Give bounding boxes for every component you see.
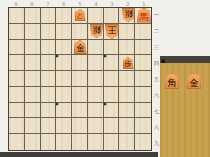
- board-cell[interactable]: [119, 118, 135, 134]
- board-cell[interactable]: [56, 103, 72, 119]
- board-cell[interactable]: [56, 134, 72, 150]
- board-cell[interactable]: [88, 103, 104, 119]
- piece-glyph: と: [76, 12, 84, 21]
- board-cell[interactable]: [135, 40, 151, 56]
- board-cell[interactable]: [72, 55, 88, 71]
- board-cell[interactable]: [9, 8, 25, 24]
- board-cell[interactable]: [25, 134, 41, 150]
- board-cell[interactable]: [72, 87, 88, 103]
- sente-marker-icon: ▲: [161, 56, 166, 63]
- board-cell[interactable]: [119, 134, 135, 150]
- board-cell[interactable]: [56, 8, 72, 24]
- board-cell[interactable]: [9, 103, 25, 119]
- page: { "game": "shogi", "diagram_type": "tsum…: [0, 0, 210, 157]
- piece-glyph: 歩: [124, 60, 132, 69]
- piece-glyph: 金: [189, 78, 199, 88]
- star-point: [56, 55, 59, 58]
- board-cell[interactable]: [135, 103, 151, 119]
- rank-label: 二: [152, 24, 160, 38]
- board-cell[interactable]: [41, 134, 57, 150]
- board-cell[interactable]: [56, 40, 72, 56]
- board-cell[interactable]: [88, 87, 104, 103]
- piece-glyph: 金: [76, 44, 85, 54]
- board-cell[interactable]: [104, 71, 120, 87]
- rank-label: 三: [152, 40, 160, 54]
- board-cell[interactable]: [41, 55, 57, 71]
- board-cell[interactable]: [41, 118, 57, 134]
- board-cell[interactable]: [135, 55, 151, 71]
- board-cell[interactable]: [56, 55, 72, 71]
- piece-glyph: 王: [107, 24, 117, 34]
- star-point: [104, 55, 107, 58]
- board-cell[interactable]: [41, 8, 57, 24]
- file-label: 3: [105, 1, 119, 7]
- board-piece-王[interactable]: 王: [105, 24, 119, 39]
- board-cell[interactable]: [41, 71, 57, 87]
- hand-piece-金[interactable]: 金: [187, 73, 201, 89]
- board-cell[interactable]: [9, 71, 25, 87]
- board-cell[interactable]: [119, 71, 135, 87]
- piece-glyph: 角: [167, 78, 177, 88]
- board-cell[interactable]: [119, 24, 135, 40]
- hand-panel-header: ▲: [160, 56, 210, 63]
- board-cell[interactable]: [119, 103, 135, 119]
- piece-glyph: 馬: [139, 12, 149, 22]
- board-cell[interactable]: [25, 8, 41, 24]
- star-point: [56, 103, 59, 106]
- board-cell[interactable]: [119, 87, 135, 103]
- file-label: 5: [73, 1, 87, 7]
- board-cell[interactable]: [135, 134, 151, 150]
- board-cell[interactable]: [9, 87, 25, 103]
- board-cell[interactable]: [25, 103, 41, 119]
- file-label: 7: [41, 1, 55, 7]
- board-cell[interactable]: [41, 103, 57, 119]
- piece-glyph: 銀: [124, 8, 133, 18]
- board-cell[interactable]: [88, 8, 104, 24]
- board-cell[interactable]: [104, 55, 120, 71]
- board-cell[interactable]: [41, 24, 57, 40]
- board-cell[interactable]: [25, 87, 41, 103]
- komadai: 角金: [160, 63, 210, 157]
- board-cell[interactable]: [88, 118, 104, 134]
- file-label: 8: [25, 1, 39, 7]
- board-cell[interactable]: [56, 118, 72, 134]
- file-label: 4: [89, 1, 103, 7]
- rank-label: 一: [152, 8, 160, 22]
- board-cell[interactable]: [104, 118, 120, 134]
- board-cell[interactable]: [25, 55, 41, 71]
- board-cell[interactable]: [72, 118, 88, 134]
- board-cell[interactable]: [88, 134, 104, 150]
- board-cell[interactable]: [119, 40, 135, 56]
- board-cell[interactable]: [72, 103, 88, 119]
- board-cell[interactable]: [88, 40, 104, 56]
- board-cell[interactable]: [25, 71, 41, 87]
- board-cell[interactable]: [88, 71, 104, 87]
- board-cell[interactable]: [104, 8, 120, 24]
- shogi-board: と銀馬銀王金歩: [8, 7, 152, 151]
- board-cell[interactable]: [9, 55, 25, 71]
- board-cell[interactable]: [135, 87, 151, 103]
- board-cell[interactable]: [104, 40, 120, 56]
- board-cell[interactable]: [41, 87, 57, 103]
- board-cell[interactable]: [9, 24, 25, 40]
- board-cell[interactable]: [72, 24, 88, 40]
- board-cell[interactable]: [135, 24, 151, 40]
- file-label: 9: [9, 1, 23, 7]
- board-cell[interactable]: [56, 87, 72, 103]
- star-point: [104, 103, 107, 106]
- board-cell[interactable]: [41, 40, 57, 56]
- sente-player-bar: [0, 152, 158, 157]
- board-cell[interactable]: [9, 134, 25, 150]
- board-cell[interactable]: [135, 118, 151, 134]
- file-label: 2: [121, 1, 135, 7]
- board-cell[interactable]: [88, 55, 104, 71]
- board-cell[interactable]: [9, 40, 25, 56]
- board-cell[interactable]: [56, 24, 72, 40]
- board-cell[interactable]: [25, 118, 41, 134]
- file-labels: 987654321: [8, 0, 152, 7]
- file-label: 1: [137, 1, 151, 7]
- board-cell[interactable]: [135, 71, 151, 87]
- piece-glyph: 銀: [92, 24, 101, 34]
- hand-piece-角[interactable]: 角: [165, 73, 179, 89]
- board-cell[interactable]: [25, 40, 41, 56]
- board-cell[interactable]: [72, 134, 88, 150]
- board-cell[interactable]: [56, 71, 72, 87]
- file-label: 6: [57, 1, 71, 7]
- board-cell[interactable]: [104, 134, 120, 150]
- board-cell[interactable]: [104, 87, 120, 103]
- board-cell[interactable]: [9, 118, 25, 134]
- board-cell[interactable]: [72, 71, 88, 87]
- board-cell[interactable]: [25, 24, 41, 40]
